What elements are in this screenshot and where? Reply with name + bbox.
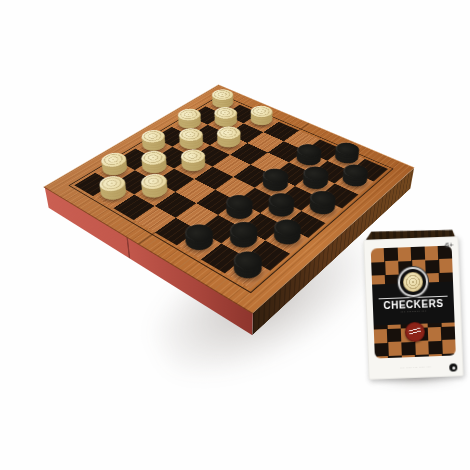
box-checkerboard-art: CHECKERS ··· ········ ··· bbox=[371, 245, 456, 358]
brand-badge-text bbox=[408, 327, 421, 335]
brand-badge-icon bbox=[404, 321, 425, 342]
retail-box: CHECKERS ··· ········ ··· 6+ ··· ···· ··… bbox=[363, 236, 463, 380]
certification-mark-icon bbox=[449, 363, 457, 371]
checker-piece-white[interactable] bbox=[213, 135, 245, 153]
box-bottom-fineprint: ··· ···· ··· ···· ··· bbox=[392, 366, 440, 371]
box-front-face: CHECKERS ··· ········ ··· 6+ ··· ···· ··… bbox=[363, 236, 463, 380]
checker-piece-white[interactable] bbox=[177, 158, 210, 177]
box-title: CHECKERS bbox=[373, 297, 454, 311]
checker-piece-icon-face bbox=[402, 272, 423, 293]
fold-groove bbox=[126, 236, 130, 259]
age-label: 6+ bbox=[444, 240, 453, 249]
product-photo-scene: CHECKERS ··· ········ ··· 6+ ··· ···· ··… bbox=[0, 0, 470, 470]
checker-piece-icon bbox=[399, 269, 426, 296]
